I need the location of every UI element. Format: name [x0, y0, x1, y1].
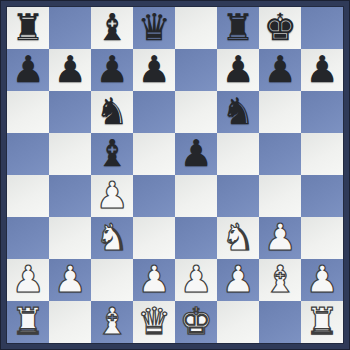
- square-h2[interactable]: ♟: [301, 259, 343, 301]
- white-rook[interactable]: ♜: [11, 301, 44, 343]
- square-b1[interactable]: [49, 301, 91, 343]
- square-a3[interactable]: [7, 217, 49, 259]
- white-pawn[interactable]: ♟: [137, 259, 170, 301]
- square-e3[interactable]: [175, 217, 217, 259]
- black-bishop[interactable]: ♝: [95, 133, 128, 175]
- white-pawn[interactable]: ♟: [53, 259, 86, 301]
- white-knight[interactable]: ♞: [221, 217, 254, 259]
- black-pawn[interactable]: ♟: [263, 49, 296, 91]
- square-b6[interactable]: [49, 91, 91, 133]
- square-f5[interactable]: [217, 133, 259, 175]
- white-rook[interactable]: ♜: [305, 301, 338, 343]
- square-d6[interactable]: [133, 91, 175, 133]
- chess-board: ♜♝♛♜♚♟♟♟♟♟♟♟♞♞♝♟♟♞♞♟♟♟♟♟♟♝♟♜♝♛♚♜: [7, 7, 343, 343]
- square-h5[interactable]: [301, 133, 343, 175]
- square-d2[interactable]: ♟: [133, 259, 175, 301]
- square-a8[interactable]: ♜: [7, 7, 49, 49]
- square-e8[interactable]: [175, 7, 217, 49]
- white-pawn[interactable]: ♟: [11, 259, 44, 301]
- black-pawn[interactable]: ♟: [221, 49, 254, 91]
- square-f7[interactable]: ♟: [217, 49, 259, 91]
- square-h3[interactable]: [301, 217, 343, 259]
- square-a2[interactable]: ♟: [7, 259, 49, 301]
- black-bishop[interactable]: ♝: [95, 7, 128, 49]
- white-pawn[interactable]: ♟: [221, 259, 254, 301]
- square-c4[interactable]: ♟: [91, 175, 133, 217]
- black-pawn[interactable]: ♟: [53, 49, 86, 91]
- square-f6[interactable]: ♞: [217, 91, 259, 133]
- square-g4[interactable]: [259, 175, 301, 217]
- white-pawn[interactable]: ♟: [95, 175, 128, 217]
- square-e4[interactable]: [175, 175, 217, 217]
- square-a4[interactable]: [7, 175, 49, 217]
- square-h6[interactable]: [301, 91, 343, 133]
- white-queen[interactable]: ♛: [137, 301, 170, 343]
- white-knight[interactable]: ♞: [95, 217, 128, 259]
- square-e7[interactable]: [175, 49, 217, 91]
- square-f2[interactable]: ♟: [217, 259, 259, 301]
- square-c1[interactable]: ♝: [91, 301, 133, 343]
- square-g8[interactable]: ♚: [259, 7, 301, 49]
- square-b8[interactable]: [49, 7, 91, 49]
- square-f4[interactable]: [217, 175, 259, 217]
- square-b3[interactable]: [49, 217, 91, 259]
- white-pawn[interactable]: ♟: [263, 217, 296, 259]
- square-f1[interactable]: [217, 301, 259, 343]
- square-c7[interactable]: ♟: [91, 49, 133, 91]
- square-g1[interactable]: [259, 301, 301, 343]
- square-c2[interactable]: [91, 259, 133, 301]
- black-pawn[interactable]: ♟: [179, 133, 212, 175]
- black-pawn[interactable]: ♟: [95, 49, 128, 91]
- square-e5[interactable]: ♟: [175, 133, 217, 175]
- black-pawn[interactable]: ♟: [137, 49, 170, 91]
- square-f3[interactable]: ♞: [217, 217, 259, 259]
- square-e6[interactable]: [175, 91, 217, 133]
- black-knight[interactable]: ♞: [95, 91, 128, 133]
- square-g2[interactable]: ♝: [259, 259, 301, 301]
- square-b2[interactable]: ♟: [49, 259, 91, 301]
- square-h7[interactable]: ♟: [301, 49, 343, 91]
- square-h4[interactable]: [301, 175, 343, 217]
- black-rook[interactable]: ♜: [11, 7, 44, 49]
- white-king[interactable]: ♚: [179, 301, 212, 343]
- square-h1[interactable]: ♜: [301, 301, 343, 343]
- square-c8[interactable]: ♝: [91, 7, 133, 49]
- white-bishop[interactable]: ♝: [263, 259, 296, 301]
- chess-board-frame: ♜♝♛♜♚♟♟♟♟♟♟♟♞♞♝♟♟♞♞♟♟♟♟♟♟♝♟♜♝♛♚♜: [0, 0, 350, 350]
- black-knight[interactable]: ♞: [221, 91, 254, 133]
- square-g3[interactable]: ♟: [259, 217, 301, 259]
- square-c5[interactable]: ♝: [91, 133, 133, 175]
- square-a7[interactable]: ♟: [7, 49, 49, 91]
- square-a5[interactable]: [7, 133, 49, 175]
- square-d7[interactable]: ♟: [133, 49, 175, 91]
- square-h8[interactable]: [301, 7, 343, 49]
- square-d8[interactable]: ♛: [133, 7, 175, 49]
- square-d5[interactable]: [133, 133, 175, 175]
- square-g7[interactable]: ♟: [259, 49, 301, 91]
- black-queen[interactable]: ♛: [137, 7, 170, 49]
- black-pawn[interactable]: ♟: [11, 49, 44, 91]
- square-b5[interactable]: [49, 133, 91, 175]
- square-c6[interactable]: ♞: [91, 91, 133, 133]
- square-e2[interactable]: ♟: [175, 259, 217, 301]
- square-d1[interactable]: ♛: [133, 301, 175, 343]
- square-g5[interactable]: [259, 133, 301, 175]
- black-pawn[interactable]: ♟: [305, 49, 338, 91]
- black-king[interactable]: ♚: [263, 7, 296, 49]
- square-c3[interactable]: ♞: [91, 217, 133, 259]
- square-g6[interactable]: [259, 91, 301, 133]
- square-f8[interactable]: ♜: [217, 7, 259, 49]
- square-a1[interactable]: ♜: [7, 301, 49, 343]
- white-pawn[interactable]: ♟: [305, 259, 338, 301]
- square-b7[interactable]: ♟: [49, 49, 91, 91]
- square-e1[interactable]: ♚: [175, 301, 217, 343]
- square-a6[interactable]: [7, 91, 49, 133]
- square-b4[interactable]: [49, 175, 91, 217]
- square-d4[interactable]: [133, 175, 175, 217]
- black-rook[interactable]: ♜: [221, 7, 254, 49]
- white-pawn[interactable]: ♟: [179, 259, 212, 301]
- square-d3[interactable]: [133, 217, 175, 259]
- white-bishop[interactable]: ♝: [95, 301, 128, 343]
